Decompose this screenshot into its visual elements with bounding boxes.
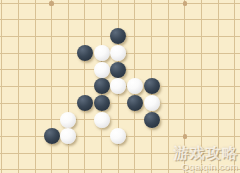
intersection-c7-r2[interactable] [110,28,127,45]
intersection-c7-r9[interactable] [110,145,127,162]
intersection-c6-r7[interactable] [93,112,110,129]
intersection-c6-r10[interactable] [93,162,110,173]
white-stone [127,78,143,94]
intersection-c9-r6[interactable] [143,95,160,112]
intersection-c9-r10[interactable] [143,162,160,173]
intersection-c11-r7[interactable] [177,112,194,129]
intersection-c3-r4[interactable] [43,62,60,79]
intersection-c8-r9[interactable] [127,145,144,162]
intersection-c4-r5[interactable] [60,78,77,95]
intersection-c13-r7[interactable] [210,112,227,129]
intersection-c3-r6[interactable] [43,95,60,112]
intersection-c9-r5[interactable] [143,78,160,95]
black-stone [110,28,126,44]
intersection-c0-r6[interactable] [0,95,10,112]
intersection-c9-r2[interactable] [143,28,160,45]
intersection-c13-r8[interactable] [210,128,227,145]
intersection-c11-r1[interactable] [177,12,194,29]
intersection-c3-r1[interactable] [43,12,60,29]
intersection-c10-r1[interactable] [160,12,177,29]
white-stone [60,112,76,128]
intersection-c7-r3[interactable] [110,45,127,62]
intersection-c4-r2[interactable] [60,28,77,45]
intersection-c13-r4[interactable] [210,62,227,79]
white-stone [110,78,126,94]
intersection-c9-r9[interactable] [143,145,160,162]
intersection-c7-r5[interactable] [110,78,127,95]
intersection-c1-r6[interactable] [10,95,27,112]
intersection-c7-r0[interactable] [110,0,127,12]
intersection-c14-r6[interactable] [227,95,240,112]
intersection-c12-r4[interactable] [193,62,210,79]
intersection-c5-r4[interactable] [77,62,94,79]
white-stone [60,128,76,144]
intersection-c2-r7[interactable] [27,112,44,129]
intersection-c1-r10[interactable] [10,162,27,173]
intersection-c14-r4[interactable] [227,62,240,79]
intersection-c12-r8[interactable] [193,128,210,145]
star-point-icon [183,134,188,139]
intersection-c8-r8[interactable] [127,128,144,145]
intersection-c3-r10[interactable] [43,162,60,173]
intersection-c8-r3[interactable] [127,45,144,62]
black-stone [144,112,160,128]
intersection-c14-r1[interactable] [227,12,240,29]
intersection-c11-r4[interactable] [177,62,194,79]
intersection-c13-r0[interactable] [210,0,227,12]
intersection-c5-r6[interactable] [77,95,94,112]
intersection-c9-r7[interactable] [143,112,160,129]
watermark-url: Qqaiqin.com [174,162,238,172]
intersection-c0-r0[interactable] [0,0,10,12]
intersection-c2-r9[interactable] [27,145,44,162]
intersection-c1-r8[interactable] [10,128,27,145]
intersection-c5-r8[interactable] [77,128,94,145]
intersection-c8-r0[interactable] [127,0,144,12]
intersection-c11-r8[interactable] [177,128,194,145]
intersection-c2-r6[interactable] [27,95,44,112]
intersection-c13-r1[interactable] [210,12,227,29]
intersection-c4-r6[interactable] [60,95,77,112]
intersection-c5-r1[interactable] [77,12,94,29]
intersection-c7-r8[interactable] [110,128,127,145]
intersection-c6-r8[interactable] [93,128,110,145]
intersection-c1-r1[interactable] [10,12,27,29]
intersection-c6-r3[interactable] [93,45,110,62]
intersection-c7-r7[interactable] [110,112,127,129]
intersection-c8-r1[interactable] [127,12,144,29]
intersection-c11-r2[interactable] [177,28,194,45]
intersection-c6-r2[interactable] [93,28,110,45]
intersection-c10-r0[interactable] [160,0,177,12]
intersection-c6-r5[interactable] [93,78,110,95]
intersection-c2-r5[interactable] [27,78,44,95]
intersection-c3-r2[interactable] [43,28,60,45]
intersection-c6-r1[interactable] [93,12,110,29]
black-stone [94,95,110,111]
intersection-c2-r0[interactable] [27,0,44,12]
intersection-c6-r9[interactable] [93,145,110,162]
intersection-c11-r5[interactable] [177,78,194,95]
intersection-c10-r5[interactable] [160,78,177,95]
intersection-c4-r9[interactable] [60,145,77,162]
intersection-c0-r3[interactable] [0,45,10,62]
intersection-c14-r5[interactable] [227,78,240,95]
intersection-c9-r4[interactable] [143,62,160,79]
intersection-c5-r7[interactable] [77,112,94,129]
black-stone [77,45,93,61]
intersection-c1-r3[interactable] [10,45,27,62]
intersection-c9-r0[interactable] [143,0,160,12]
intersection-c1-r2[interactable] [10,28,27,45]
intersection-c1-r7[interactable] [10,112,27,129]
intersection-c13-r3[interactable] [210,45,227,62]
intersection-c10-r2[interactable] [160,28,177,45]
intersection-c0-r9[interactable] [0,145,10,162]
intersection-c14-r0[interactable] [227,0,240,12]
intersection-c8-r10[interactable] [127,162,144,173]
intersection-c9-r1[interactable] [143,12,160,29]
intersection-c10-r7[interactable] [160,112,177,129]
intersection-c14-r3[interactable] [227,45,240,62]
intersection-c14-r8[interactable] [227,128,240,145]
intersection-c5-r3[interactable] [77,45,94,62]
intersection-c1-r5[interactable] [10,78,27,95]
intersection-c6-r4[interactable] [93,62,110,79]
intersection-c8-r7[interactable] [127,112,144,129]
intersection-c6-r6[interactable] [93,95,110,112]
black-stone [44,128,60,144]
intersection-c11-r6[interactable] [177,95,194,112]
intersection-c1-r4[interactable] [10,62,27,79]
star-point-icon [183,1,188,6]
intersection-c4-r1[interactable] [60,12,77,29]
intersection-c8-r6[interactable] [127,95,144,112]
intersection-c0-r1[interactable] [0,12,10,29]
intersection-c10-r4[interactable] [160,62,177,79]
white-stone [110,45,126,61]
intersection-c0-r10[interactable] [0,162,10,173]
intersection-c2-r2[interactable] [27,28,44,45]
intersection-c3-r0[interactable] [43,0,60,12]
intersection-c9-r8[interactable] [143,128,160,145]
intersection-c5-r5[interactable] [77,78,94,95]
intersection-c10-r6[interactable] [160,95,177,112]
intersection-c14-r7[interactable] [227,112,240,129]
intersection-c12-r1[interactable] [193,12,210,29]
intersection-c8-r5[interactable] [127,78,144,95]
intersection-c12-r6[interactable] [193,95,210,112]
intersection-c0-r2[interactable] [0,28,10,45]
intersection-c0-r4[interactable] [0,62,10,79]
intersection-c3-r7[interactable] [43,112,60,129]
watermark: 游戏攻略 Qqaiqin.com [174,145,238,172]
black-stone [127,95,143,111]
intersection-c9-r3[interactable] [143,45,160,62]
intersection-c10-r8[interactable] [160,128,177,145]
intersection-c12-r3[interactable] [193,45,210,62]
white-stone [144,95,160,111]
intersection-c7-r6[interactable] [110,95,127,112]
intersection-c4-r4[interactable] [60,62,77,79]
white-stone [94,62,110,78]
intersection-c12-r2[interactable] [193,28,210,45]
watermark-title: 游戏攻略 [174,145,238,160]
intersection-c12-r7[interactable] [193,112,210,129]
intersection-c13-r5[interactable] [210,78,227,95]
intersection-c1-r0[interactable] [10,0,27,12]
intersection-c12-r5[interactable] [193,78,210,95]
white-stone [94,112,110,128]
intersection-c4-r0[interactable] [60,0,77,12]
star-point-icon [49,1,54,6]
intersection-c3-r3[interactable] [43,45,60,62]
intersection-c5-r0[interactable] [77,0,94,12]
intersection-c11-r3[interactable] [177,45,194,62]
intersection-c7-r4[interactable] [110,62,127,79]
intersection-c3-r9[interactable] [43,145,60,162]
white-stone [94,45,110,61]
intersection-c13-r2[interactable] [210,28,227,45]
intersection-c4-r3[interactable] [60,45,77,62]
intersection-c4-r10[interactable] [60,162,77,173]
intersection-c8-r4[interactable] [127,62,144,79]
intersection-c2-r4[interactable] [27,62,44,79]
intersection-c1-r9[interactable] [10,145,27,162]
black-stone [94,78,110,94]
intersection-c0-r8[interactable] [0,128,10,145]
white-stone [110,128,126,144]
black-stone [77,95,93,111]
intersection-c11-r0[interactable] [177,0,194,12]
black-stone [110,62,126,78]
intersection-c0-r5[interactable] [0,78,10,95]
intersection-c7-r1[interactable] [110,12,127,29]
intersection-c7-r10[interactable] [110,162,127,173]
intersection-c0-r7[interactable] [0,112,10,129]
intersection-c14-r2[interactable] [227,28,240,45]
intersection-c6-r0[interactable] [93,0,110,12]
intersection-c3-r8[interactable] [43,128,60,145]
intersection-c5-r2[interactable] [77,28,94,45]
intersection-c4-r8[interactable] [60,128,77,145]
black-stone [144,78,160,94]
intersection-c2-r8[interactable] [27,128,44,145]
intersection-c13-r6[interactable] [210,95,227,112]
intersection-c12-r0[interactable] [193,0,210,12]
intersection-c2-r1[interactable] [27,12,44,29]
intersection-c10-r3[interactable] [160,45,177,62]
intersection-c4-r7[interactable] [60,112,77,129]
intersection-c8-r2[interactable] [127,28,144,45]
intersection-c2-r3[interactable] [27,45,44,62]
gomoku-board[interactable]: 游戏攻略 Qqaiqin.com [0,0,240,173]
intersection-c5-r10[interactable] [77,162,94,173]
intersection-c3-r5[interactable] [43,78,60,95]
intersection-c5-r9[interactable] [77,145,94,162]
intersection-c2-r10[interactable] [27,162,44,173]
